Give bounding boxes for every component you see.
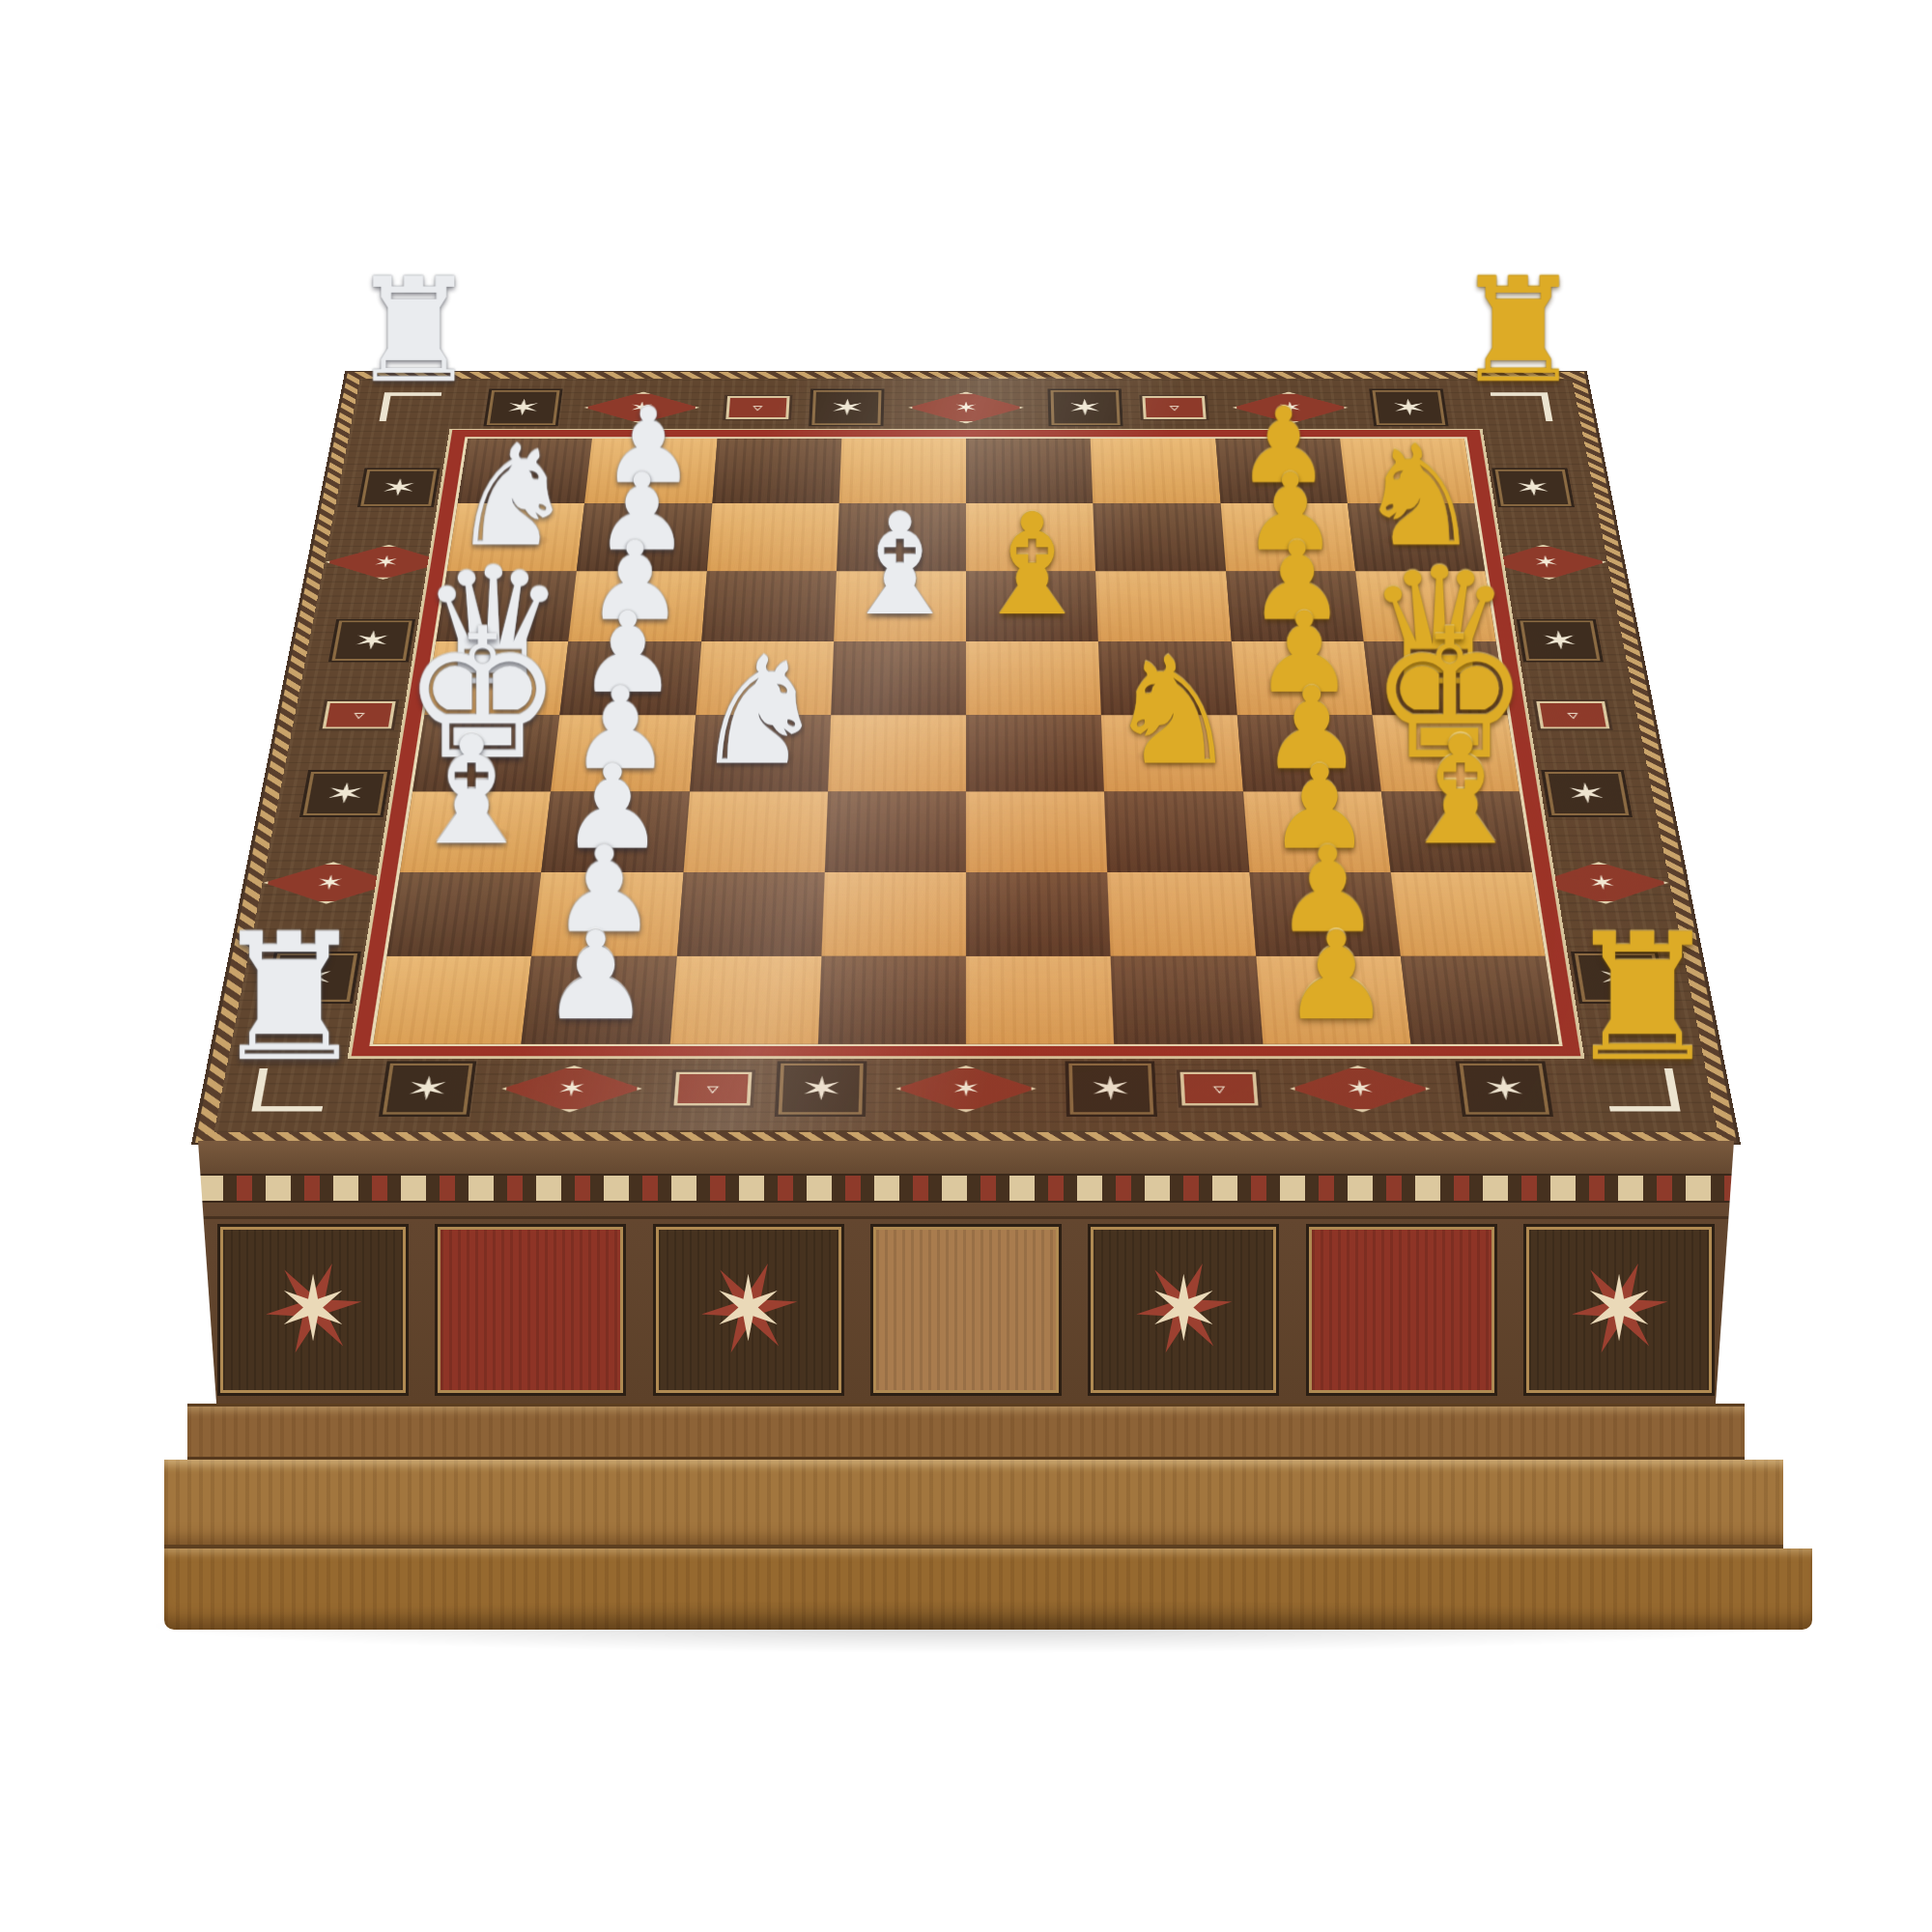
front-star-panel: ✶✶ (1094, 1230, 1273, 1390)
mosaic-border-field: ✶✶▿✶✶✶▿✶✶ ✶✶▿✶✶✶▿✶✶ ✶✶✶▿✶✶✶ ✶✶✶▿✶✶✶ ♜ ♜ … (214, 379, 1719, 1132)
star-rosette-icon: ✶ (1071, 1065, 1150, 1112)
base-step-1 (187, 1404, 1745, 1460)
gold-column-rook[interactable]: ♜ (1564, 911, 1721, 1087)
front-red-panel (440, 1230, 620, 1390)
square-h4[interactable] (818, 956, 966, 1044)
gold-column-rook[interactable]: ♜ (1454, 259, 1583, 403)
square-e6[interactable]: ♞ (1101, 715, 1242, 791)
star8-icon: ✶ (1147, 1265, 1221, 1354)
square-h1[interactable] (373, 956, 531, 1044)
square-g5[interactable] (966, 872, 1111, 956)
star8-icon: ✶ (351, 628, 394, 653)
star8-icon: ✶ (951, 1078, 980, 1100)
star-rosette-icon: ✶ (364, 470, 434, 503)
star8-icon: ✶ (1344, 1078, 1376, 1100)
square-h6[interactable] (1111, 956, 1263, 1044)
star-rosette-icon: ✶ (1463, 1065, 1546, 1112)
star8-icon: ✶ (799, 1072, 844, 1104)
square-f4[interactable] (825, 792, 966, 872)
star8-icon: ✶ (829, 397, 866, 419)
star-rosette-icon: ✶ (1053, 392, 1117, 424)
star-rosette-icon: ✶ (1523, 622, 1597, 659)
lozenge-inlay-icon: ✶ (908, 392, 1024, 424)
square-e5[interactable] (966, 715, 1104, 791)
star8-icon: ✶ (1581, 1265, 1656, 1354)
fan-icon: ▿ (1567, 709, 1579, 721)
front-red-panel (1312, 1230, 1492, 1390)
star8-icon: ✶ (1066, 397, 1103, 419)
mosaic-band-near: ✶✶▿✶✶✶▿✶✶ (348, 1058, 1583, 1121)
base-step-2 (164, 1460, 1783, 1548)
star-rosette-icon: ✶ (307, 774, 384, 813)
front-star-panel: ✶✶ (659, 1230, 838, 1390)
checkered-inlay-strip (198, 1176, 1734, 1201)
lid-seam (198, 1216, 1734, 1219)
square-h2[interactable]: ♟ (522, 956, 677, 1044)
star8-icon: ✶ (372, 554, 401, 570)
star8-icon: ✶ (323, 780, 368, 807)
star8-icon: ✶ (1088, 1072, 1133, 1104)
square-g6[interactable] (1107, 872, 1255, 956)
box-front-face: ✶✶✶✶✶✶✶✶ (198, 1141, 1734, 1404)
gold-archer-bishop[interactable]: ♝ (969, 496, 1094, 636)
star8-icon: ✶ (275, 1265, 350, 1354)
square-c4[interactable]: ♝ (834, 571, 966, 641)
fan-icon: ▿ (753, 403, 763, 412)
star8-icon: ✶ (1532, 554, 1561, 570)
silver-soldier-pawn[interactable]: ♟ (542, 915, 651, 1037)
red-inlay-bar: ▿ (1540, 703, 1606, 727)
square-e4[interactable] (828, 715, 966, 791)
square-a6[interactable] (1091, 439, 1220, 503)
silver-archer-bishop[interactable]: ♝ (837, 496, 962, 636)
square-f3[interactable] (683, 792, 828, 872)
star-rosette-icon: ✶ (335, 622, 409, 659)
star8-icon: ✶ (1513, 476, 1553, 499)
star8-icon: ✶ (314, 873, 346, 893)
fan-icon: ▿ (706, 1081, 719, 1095)
square-f8[interactable]: ♝ (1381, 792, 1532, 872)
gold-archer-bishop[interactable]: ♝ (1393, 716, 1527, 866)
lozenge-inlay-icon: ✶ (499, 1065, 644, 1112)
square-g8[interactable] (1390, 872, 1545, 956)
square-g1[interactable] (387, 872, 542, 956)
square-b3[interactable] (706, 503, 838, 571)
star8-icon: ✶ (953, 400, 978, 414)
star8-icon: ✶ (555, 1078, 587, 1100)
silver-column-rook[interactable]: ♜ (349, 259, 478, 403)
lid-edge-band (198, 1141, 1734, 1176)
front-star-panel: ✶✶ (223, 1230, 403, 1390)
square-f1[interactable]: ♝ (400, 792, 551, 872)
square-d4[interactable] (831, 641, 966, 715)
square-h7[interactable]: ♟ (1256, 956, 1411, 1044)
lozenge-inlay-icon: ✶ (1288, 1065, 1433, 1112)
red-inlay-bar: ▿ (677, 1074, 748, 1103)
star8-icon: ✶ (379, 476, 419, 499)
star-rosette-icon: ✶ (1548, 774, 1626, 813)
red-inlay-bar: ▿ (326, 703, 392, 727)
square-f5[interactable] (966, 792, 1107, 872)
front-panel-row: ✶✶✶✶✶✶✶✶ (223, 1230, 1709, 1390)
silver-archer-bishop[interactable]: ♝ (405, 716, 539, 866)
star8-icon: ✶ (403, 1072, 451, 1104)
gold-soldier-pawn[interactable]: ♟ (1281, 915, 1390, 1037)
star8-icon: ✶ (1586, 873, 1618, 893)
gold-horse-knight[interactable]: ♞ (1106, 637, 1239, 785)
ground-shadow (145, 1599, 1787, 1653)
fan-icon: ▿ (353, 709, 365, 721)
star8-icon: ✶ (1564, 780, 1609, 807)
star8-icon: ✶ (1538, 628, 1581, 653)
square-a3[interactable] (712, 439, 841, 503)
square-f6[interactable] (1104, 792, 1249, 872)
square-b6[interactable] (1094, 503, 1226, 571)
square-g3[interactable] (676, 872, 824, 956)
red-inlay-bar: ▿ (1184, 1074, 1255, 1103)
base-plinth (164, 1404, 1768, 1630)
lozenge-inlay-icon: ✶ (895, 1065, 1037, 1112)
square-e3[interactable]: ♞ (690, 715, 831, 791)
star8-icon: ✶ (711, 1265, 785, 1354)
red-inlay-bar: ▿ (1146, 398, 1204, 417)
star-rosette-icon: ✶ (1498, 470, 1568, 503)
checkerboard: ♟♟♞♟♟♞♟♝♝♟♛♟♟♛♚♟♞♞♟♚♝♟♟♝♟♟♟♟ (373, 439, 1558, 1044)
fan-icon: ▿ (1212, 1081, 1225, 1095)
star8-icon: ✶ (1480, 1072, 1528, 1104)
square-g4[interactable] (821, 872, 966, 956)
square-h3[interactable] (669, 956, 821, 1044)
square-d5[interactable] (966, 641, 1101, 715)
square-h5[interactable] (966, 956, 1114, 1044)
silver-column-rook[interactable]: ♜ (211, 911, 368, 1087)
front-plain-panel (876, 1230, 1056, 1390)
fan-icon: ▿ (1169, 403, 1179, 412)
star-rosette-icon: ✶ (386, 1065, 469, 1112)
square-c5[interactable]: ♝ (966, 571, 1098, 641)
silver-horse-knight[interactable]: ♞ (693, 637, 826, 785)
board-top-surface: ✶✶▿✶✶✶▿✶✶ ✶✶▿✶✶✶▿✶✶ ✶✶✶▿✶✶✶ ✶✶✶▿✶✶✶ ♜ ♜ … (195, 372, 1737, 1143)
star-rosette-icon: ✶ (815, 392, 879, 424)
red-inlay-bar: ▿ (728, 398, 786, 417)
square-h8[interactable] (1401, 956, 1559, 1044)
star-rosette-icon: ✶ (782, 1065, 861, 1112)
front-star-panel: ✶✶ (1529, 1230, 1709, 1390)
